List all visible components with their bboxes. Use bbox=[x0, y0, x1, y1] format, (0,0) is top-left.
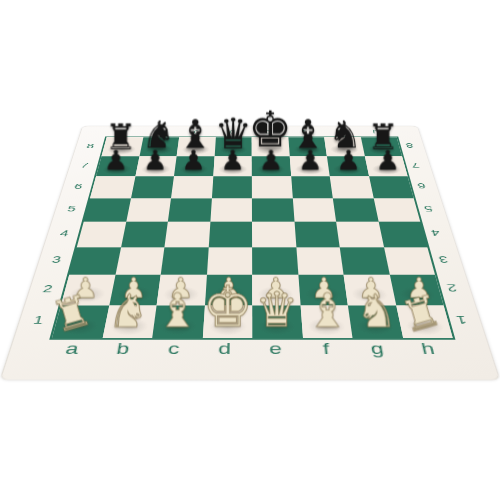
square-e5 bbox=[252, 198, 294, 222]
square-a6 bbox=[90, 176, 135, 198]
square-h6 bbox=[369, 176, 414, 198]
file-label: b bbox=[95, 336, 151, 363]
square-g4 bbox=[336, 222, 383, 247]
file-label: e bbox=[250, 336, 302, 363]
square-b6 bbox=[131, 176, 174, 198]
square-b4 bbox=[121, 222, 168, 247]
square-c4 bbox=[164, 222, 209, 247]
file-label: g bbox=[350, 336, 406, 363]
square-c5 bbox=[168, 198, 212, 222]
square-e4 bbox=[252, 222, 296, 247]
square-c6 bbox=[171, 176, 213, 198]
square-h7: ♟ bbox=[364, 156, 407, 176]
file-label: h bbox=[400, 336, 457, 363]
file-label: d bbox=[198, 336, 250, 363]
file-labels-bottom: abcdefgh bbox=[43, 336, 458, 363]
square-d5 bbox=[210, 198, 252, 222]
square-g6 bbox=[330, 176, 374, 198]
rank-label: 6 bbox=[64, 175, 93, 197]
square-d4 bbox=[208, 222, 252, 247]
rank-label: 6 bbox=[407, 175, 436, 197]
square-a5 bbox=[84, 198, 131, 222]
rank-label: 8 bbox=[396, 136, 422, 155]
file-label: c bbox=[146, 336, 200, 363]
square-e6 bbox=[252, 176, 293, 198]
file-label: a bbox=[43, 336, 100, 363]
square-g5 bbox=[333, 198, 378, 222]
square-b5 bbox=[126, 198, 171, 222]
file-label: f bbox=[300, 336, 354, 363]
square-f5 bbox=[292, 198, 336, 222]
scene: abcdefgh 87654321 87654321 abcdefgh ♜♞♝♛… bbox=[0, 0, 500, 500]
square-f6 bbox=[291, 176, 333, 198]
chess-board-grid: ♜♞♝♛♚♝♞♜♟♟♟♟♟♟♟♟♟♟♟♟♟♟♟♟♜♞♝♚♛♝♞♜ bbox=[49, 136, 455, 339]
rank-label: 7 bbox=[402, 155, 430, 175]
chess-mat: abcdefgh 87654321 87654321 abcdefgh ♜♞♝♛… bbox=[0, 126, 500, 380]
square-h4 bbox=[378, 222, 427, 247]
square-f4 bbox=[294, 222, 340, 247]
square-d6 bbox=[211, 176, 251, 198]
square-h1: ♜ bbox=[396, 305, 453, 338]
product-photo: abcdefgh 87654321 87654321 abcdefgh ♜♞♝♛… bbox=[0, 0, 500, 500]
square-h5 bbox=[373, 198, 420, 222]
square-a4 bbox=[77, 222, 126, 247]
